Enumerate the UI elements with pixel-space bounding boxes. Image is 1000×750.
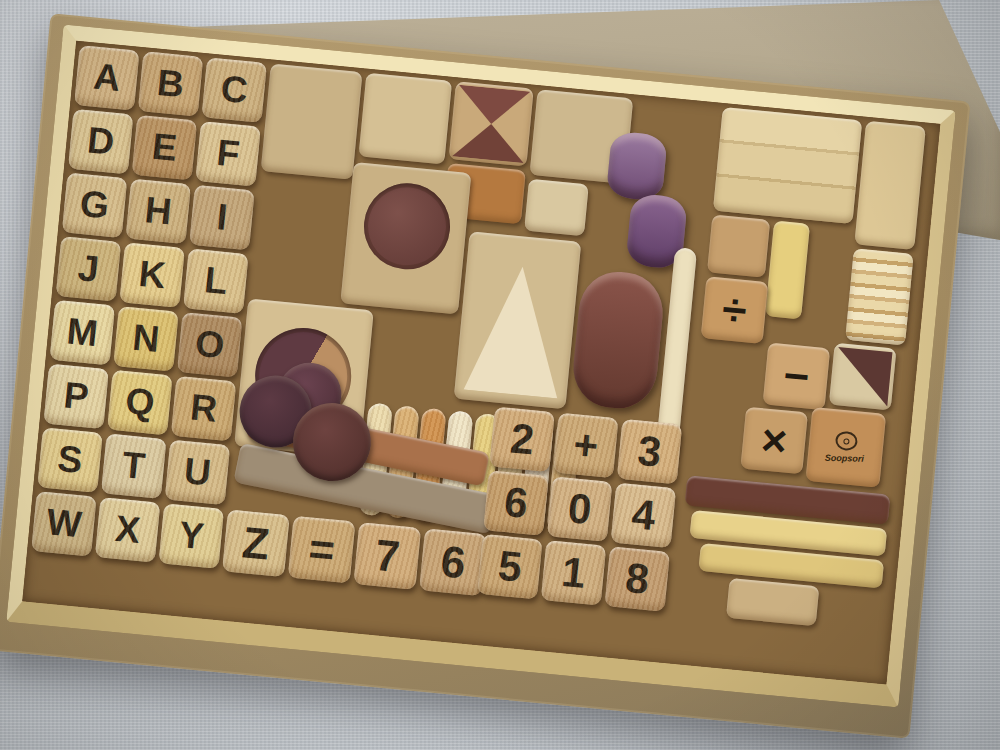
block-a: A bbox=[74, 45, 139, 110]
divide-glyph: ÷ bbox=[720, 284, 749, 336]
block-3: 3 bbox=[617, 419, 682, 484]
block-g: G bbox=[62, 173, 127, 238]
vertical-plank bbox=[854, 121, 926, 250]
block-4: 4 bbox=[611, 483, 676, 548]
plain-block bbox=[358, 73, 452, 165]
block-5: 5 bbox=[477, 534, 542, 599]
block-s: S bbox=[37, 427, 102, 492]
blocks-arrangement: ÷ − × Soopsori ABCDEFGHIJKLMNOPQRSTUWXY … bbox=[24, 43, 938, 682]
minus-block: − bbox=[763, 343, 831, 411]
striped-plank-stack bbox=[845, 248, 914, 345]
block-6: 6 bbox=[419, 528, 487, 596]
block-j: J bbox=[56, 236, 121, 301]
block-l: L bbox=[183, 249, 248, 314]
block-0: 0 bbox=[547, 476, 612, 541]
soopsori-logo-text: Soopsori bbox=[825, 453, 864, 464]
block-u: U bbox=[165, 440, 230, 505]
times-block: × bbox=[740, 407, 808, 475]
minus-glyph: − bbox=[781, 350, 811, 402]
wood-disc-inlay bbox=[360, 179, 454, 273]
maroon-cylinder bbox=[570, 268, 667, 411]
small-square-block bbox=[707, 215, 770, 278]
block-z: Z bbox=[222, 509, 290, 577]
plain-block bbox=[261, 64, 363, 180]
cream-triangle bbox=[454, 231, 582, 409]
number-blocks-grid: 2+3604518 bbox=[477, 407, 682, 612]
maroon-corner-triangle bbox=[829, 343, 897, 411]
block-b: B bbox=[138, 51, 203, 116]
block-7: 7 bbox=[353, 522, 421, 590]
block-o: O bbox=[177, 312, 242, 377]
triangle-notch-block bbox=[454, 231, 582, 409]
block-2: 2 bbox=[489, 407, 554, 472]
soopsori-logo-dot bbox=[843, 438, 850, 445]
soopsori-logo-icon bbox=[835, 430, 859, 451]
divide-block: ÷ bbox=[701, 276, 769, 344]
plain-block bbox=[726, 578, 819, 626]
block-i: I bbox=[189, 185, 254, 250]
photo-scene: ÷ − × Soopsori ABCDEFGHIJKLMNOPQRSTUWXY … bbox=[0, 0, 1000, 750]
hourglass-triangle-block bbox=[449, 81, 534, 166]
block-m: M bbox=[50, 300, 115, 365]
block-8: 8 bbox=[605, 546, 670, 611]
block-f: F bbox=[195, 121, 260, 186]
block-y: Y bbox=[159, 503, 224, 568]
block-q: Q bbox=[107, 370, 172, 435]
block-n: N bbox=[113, 306, 178, 371]
block-plus: + bbox=[553, 413, 618, 478]
block-6: 6 bbox=[483, 470, 548, 535]
ribbed-plank-vertical bbox=[765, 220, 810, 319]
wooden-tray: ÷ − × Soopsori ABCDEFGHIJKLMNOPQRSTUWXY … bbox=[6, 24, 955, 707]
block-equals: = bbox=[288, 516, 356, 584]
letter-blocks-grid: ABCDEFGHIJKLMNOPQRSTUWXY bbox=[31, 45, 267, 569]
wide-plank-stack bbox=[713, 107, 862, 224]
block-e: E bbox=[132, 115, 197, 180]
block-x: X bbox=[95, 497, 160, 562]
block-r: R bbox=[171, 376, 236, 441]
cardboard-box: ÷ − × Soopsori ABCDEFGHIJKLMNOPQRSTUWXY … bbox=[0, 13, 971, 739]
block-1: 1 bbox=[541, 540, 606, 605]
dark-triangle-block bbox=[829, 343, 897, 411]
plain-block bbox=[524, 179, 589, 237]
purple-cylinder-1 bbox=[606, 131, 668, 202]
circle-inlay-block-1 bbox=[340, 162, 471, 315]
block-d: D bbox=[68, 109, 133, 174]
soopsori-logo-block: Soopsori bbox=[805, 407, 886, 488]
block-c: C bbox=[202, 57, 267, 122]
block-p: P bbox=[43, 364, 108, 429]
block-w: W bbox=[31, 491, 96, 556]
block-h: H bbox=[126, 179, 191, 244]
block-k: K bbox=[119, 242, 184, 307]
block-t: T bbox=[101, 433, 166, 498]
times-glyph: × bbox=[759, 414, 789, 466]
